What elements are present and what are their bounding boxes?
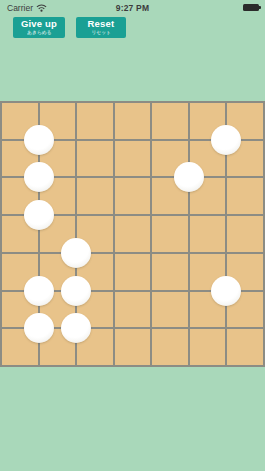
status-bar: Carrier 9:27 PM: [0, 0, 265, 15]
grid-line-horizontal: [0, 365, 265, 367]
battery-icon: [243, 4, 259, 11]
screen: Carrier 9:27 PM Give up あきらめる Reset リセット: [0, 0, 265, 471]
give-up-button[interactable]: Give up あきらめる: [13, 17, 65, 38]
go-board[interactable]: [0, 101, 265, 367]
toolbar: Give up あきらめる Reset リセット: [0, 17, 265, 38]
white-stone[interactable]: [24, 276, 54, 306]
white-stone[interactable]: [24, 200, 54, 230]
white-stone[interactable]: [61, 276, 91, 306]
reset-sublabel: リセット: [91, 30, 111, 35]
reset-button[interactable]: Reset リセット: [76, 17, 126, 38]
grid-line-horizontal: [0, 101, 265, 103]
white-stone[interactable]: [211, 276, 241, 306]
clock: 9:27 PM: [0, 0, 265, 15]
white-stone[interactable]: [61, 238, 91, 268]
white-stone[interactable]: [174, 162, 204, 192]
white-stone[interactable]: [24, 313, 54, 343]
white-stone[interactable]: [24, 162, 54, 192]
white-stone[interactable]: [24, 125, 54, 155]
reset-label: Reset: [88, 19, 115, 29]
give-up-label: Give up: [21, 19, 57, 29]
white-stone[interactable]: [61, 313, 91, 343]
give-up-sublabel: あきらめる: [27, 30, 52, 35]
white-stone[interactable]: [211, 125, 241, 155]
grid-line-horizontal: [0, 252, 265, 254]
